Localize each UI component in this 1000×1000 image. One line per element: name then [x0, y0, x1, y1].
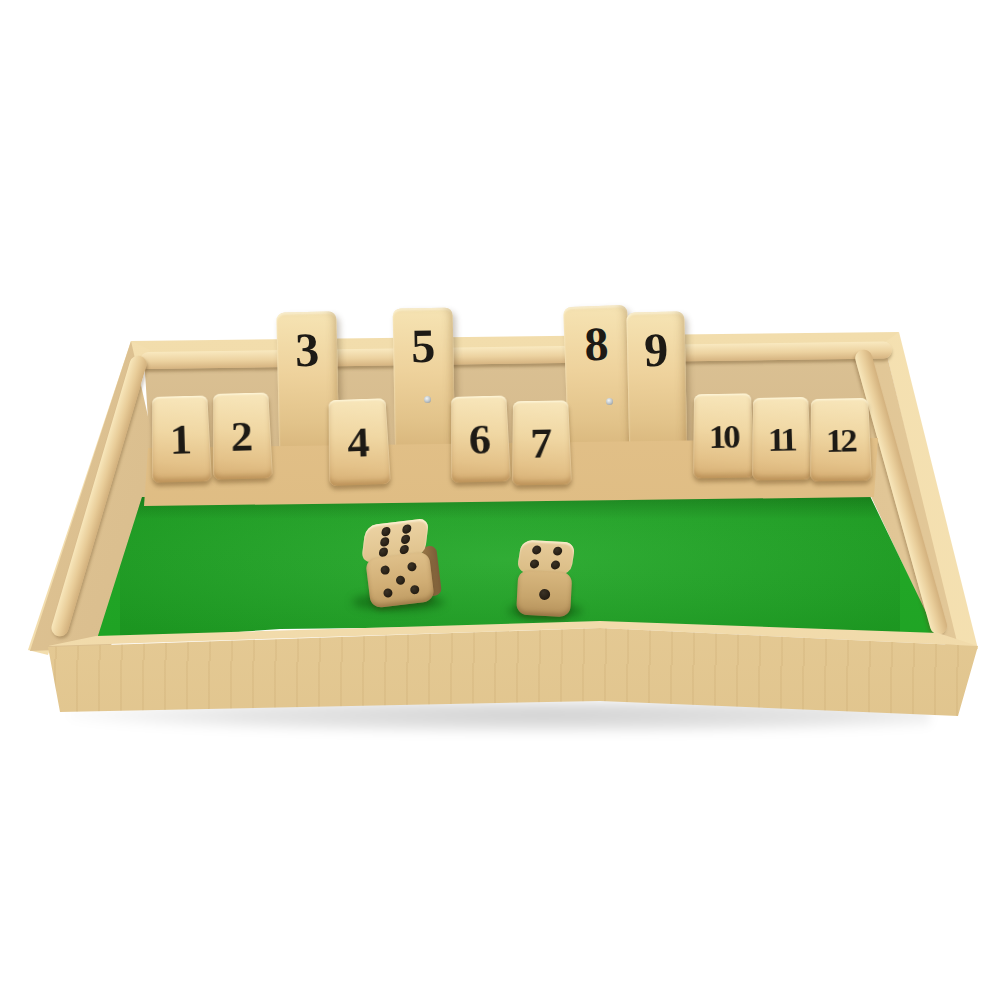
die-1[interactable] — [361, 518, 435, 609]
tile-number: 8 — [583, 306, 609, 369]
tile-number: 7 — [530, 418, 553, 465]
die-pip — [552, 547, 562, 556]
die-pip — [401, 534, 411, 544]
die-2[interactable] — [516, 540, 574, 617]
tile-number: 2 — [230, 411, 253, 458]
tile-6[interactable]: 6 — [451, 395, 511, 482]
tile-10[interactable]: 10 — [693, 393, 755, 478]
tile-4[interactable]: 4 — [329, 398, 391, 486]
tile-number: 4 — [347, 417, 371, 464]
die-1-front-face — [365, 551, 435, 608]
tile-number: 10 — [709, 415, 738, 453]
die-pip — [410, 585, 420, 595]
tile-11[interactable]: 11 — [752, 397, 812, 481]
shut-the-box-board: 3 5 8 9 1 2 4 6 7 10 11 12 — [0, 0, 1000, 1000]
hinge-rod-glint — [424, 396, 431, 403]
tile-number: 5 — [411, 308, 436, 370]
tile-7[interactable]: 7 — [512, 400, 572, 485]
die-pip — [381, 526, 391, 536]
tile-number: 9 — [643, 312, 668, 374]
tile-2[interactable]: 2 — [213, 392, 273, 479]
die-pip — [532, 546, 542, 555]
die-pip — [383, 588, 393, 598]
die-pip — [402, 524, 412, 534]
die-pip — [407, 562, 417, 572]
tile-1[interactable]: 1 — [152, 395, 212, 482]
die-pip — [550, 560, 560, 569]
die-pip — [395, 575, 405, 585]
tile-12[interactable]: 12 — [810, 398, 872, 482]
die-pip — [538, 589, 550, 601]
die-2-front-face — [516, 570, 572, 618]
tile-number: 3 — [294, 312, 319, 374]
tile-number: 6 — [468, 414, 491, 461]
tile-number: 11 — [768, 418, 796, 456]
die-pip — [530, 559, 540, 568]
die-pip — [379, 537, 389, 547]
tile-number: 12 — [826, 419, 855, 457]
hinge-rod-glint — [606, 398, 613, 405]
die-pip — [380, 565, 390, 575]
tile-number: 1 — [169, 414, 192, 461]
